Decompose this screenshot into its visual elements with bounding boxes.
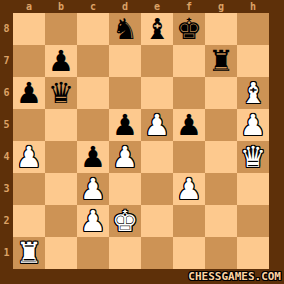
- square-b3: [45, 173, 77, 205]
- piece-black-pawn: ♟: [48, 47, 74, 76]
- square-g6: [205, 77, 237, 109]
- square-f2: [173, 205, 205, 237]
- file-label-a: a: [13, 0, 45, 13]
- file-label-h: h: [237, 0, 269, 13]
- square-b2: [45, 205, 77, 237]
- square-g8: [205, 13, 237, 45]
- rank-label-1: 1: [0, 237, 13, 269]
- square-b4: [45, 141, 77, 173]
- square-h4: ♛: [237, 141, 269, 173]
- rank-label-7: 7: [0, 45, 13, 77]
- square-h1: [237, 237, 269, 269]
- square-f8: ♚: [173, 13, 205, 45]
- piece-black-bishop: ♝: [144, 15, 170, 44]
- square-d5: ♟: [109, 109, 141, 141]
- square-h7: [237, 45, 269, 77]
- piece-black-knight: ♞: [112, 15, 138, 44]
- rank-label-5: 5: [0, 109, 13, 141]
- piece-white-pawn: ♟: [80, 207, 106, 236]
- file-label-b: b: [45, 0, 77, 13]
- piece-white-pawn: ♟: [144, 111, 170, 140]
- square-g4: [205, 141, 237, 173]
- square-e5: ♟: [141, 109, 173, 141]
- piece-white-rook: ♜: [16, 239, 42, 268]
- square-h6: ♝: [237, 77, 269, 109]
- chess-board: ♞♝♚♟♜♟♛♝♟♟♟♟♟♟♟♛♟♟♟♚♜: [13, 13, 269, 269]
- piece-white-pawn: ♟: [80, 175, 106, 204]
- square-c6: [77, 77, 109, 109]
- square-c7: [77, 45, 109, 77]
- square-a7: [13, 45, 45, 77]
- square-e7: [141, 45, 173, 77]
- square-c2: ♟: [77, 205, 109, 237]
- square-h8: [237, 13, 269, 45]
- rank-label-2: 2: [0, 205, 13, 237]
- piece-white-pawn: ♟: [240, 111, 266, 140]
- square-e8: ♝: [141, 13, 173, 45]
- rank-label-4: 4: [0, 141, 13, 173]
- square-c8: [77, 13, 109, 45]
- square-e6: [141, 77, 173, 109]
- piece-black-queen: ♛: [48, 79, 74, 108]
- square-d8: ♞: [109, 13, 141, 45]
- square-h2: [237, 205, 269, 237]
- square-g1: [205, 237, 237, 269]
- square-d3: [109, 173, 141, 205]
- square-b5: [45, 109, 77, 141]
- square-b6: ♛: [45, 77, 77, 109]
- square-d1: [109, 237, 141, 269]
- square-c3: ♟: [77, 173, 109, 205]
- piece-white-pawn: ♟: [112, 143, 138, 172]
- square-h5: ♟: [237, 109, 269, 141]
- piece-white-king: ♚: [112, 207, 138, 236]
- square-a4: ♟: [13, 141, 45, 173]
- square-e3: [141, 173, 173, 205]
- square-g7: ♜: [205, 45, 237, 77]
- piece-black-pawn: ♟: [16, 79, 42, 108]
- square-e1: [141, 237, 173, 269]
- square-b1: [45, 237, 77, 269]
- square-c5: [77, 109, 109, 141]
- rank-label-8: 8: [0, 13, 13, 45]
- chess-diagram-frame: abcdefgh 87654321 ♞♝♚♟♜♟♛♝♟♟♟♟♟♟♟♛♟♟♟♚♜ …: [0, 0, 284, 284]
- square-g3: [205, 173, 237, 205]
- piece-black-king: ♚: [176, 15, 202, 44]
- square-b7: ♟: [45, 45, 77, 77]
- square-b8: [45, 13, 77, 45]
- square-g5: [205, 109, 237, 141]
- square-f4: [173, 141, 205, 173]
- square-g2: [205, 205, 237, 237]
- square-h3: [237, 173, 269, 205]
- piece-black-pawn: ♟: [176, 111, 202, 140]
- piece-black-pawn: ♟: [112, 111, 138, 140]
- square-f1: [173, 237, 205, 269]
- square-d6: [109, 77, 141, 109]
- piece-black-pawn: ♟: [80, 143, 106, 172]
- square-f5: ♟: [173, 109, 205, 141]
- piece-white-pawn: ♟: [176, 175, 202, 204]
- piece-white-bishop: ♝: [240, 79, 266, 108]
- square-e2: [141, 205, 173, 237]
- rank-labels: 87654321: [0, 13, 13, 269]
- square-f3: ♟: [173, 173, 205, 205]
- square-c4: ♟: [77, 141, 109, 173]
- rank-label-6: 6: [0, 77, 13, 109]
- square-d2: ♚: [109, 205, 141, 237]
- square-a8: [13, 13, 45, 45]
- piece-black-rook: ♜: [208, 47, 234, 76]
- file-label-c: c: [77, 0, 109, 13]
- square-a2: [13, 205, 45, 237]
- chessgames-watermark: CHESSGAMES.COM: [188, 270, 281, 283]
- square-c1: [77, 237, 109, 269]
- square-e4: [141, 141, 173, 173]
- square-f6: [173, 77, 205, 109]
- square-d4: ♟: [109, 141, 141, 173]
- square-d7: [109, 45, 141, 77]
- piece-white-pawn: ♟: [16, 143, 42, 172]
- piece-white-queen: ♛: [240, 143, 266, 172]
- square-f7: [173, 45, 205, 77]
- square-a1: ♜: [13, 237, 45, 269]
- file-label-g: g: [205, 0, 237, 13]
- square-a3: [13, 173, 45, 205]
- square-a6: ♟: [13, 77, 45, 109]
- rank-label-3: 3: [0, 173, 13, 205]
- square-a5: [13, 109, 45, 141]
- file-labels: abcdefgh: [13, 0, 269, 13]
